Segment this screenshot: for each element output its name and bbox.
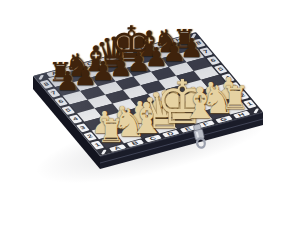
chess-set-product-photo: AABBCCDDEEFFGGHH1122334455667788 ♜♞♝♛♚♝♞… [0,0,300,228]
clasp-loop [196,138,205,149]
clasp-latch [0,0,300,228]
